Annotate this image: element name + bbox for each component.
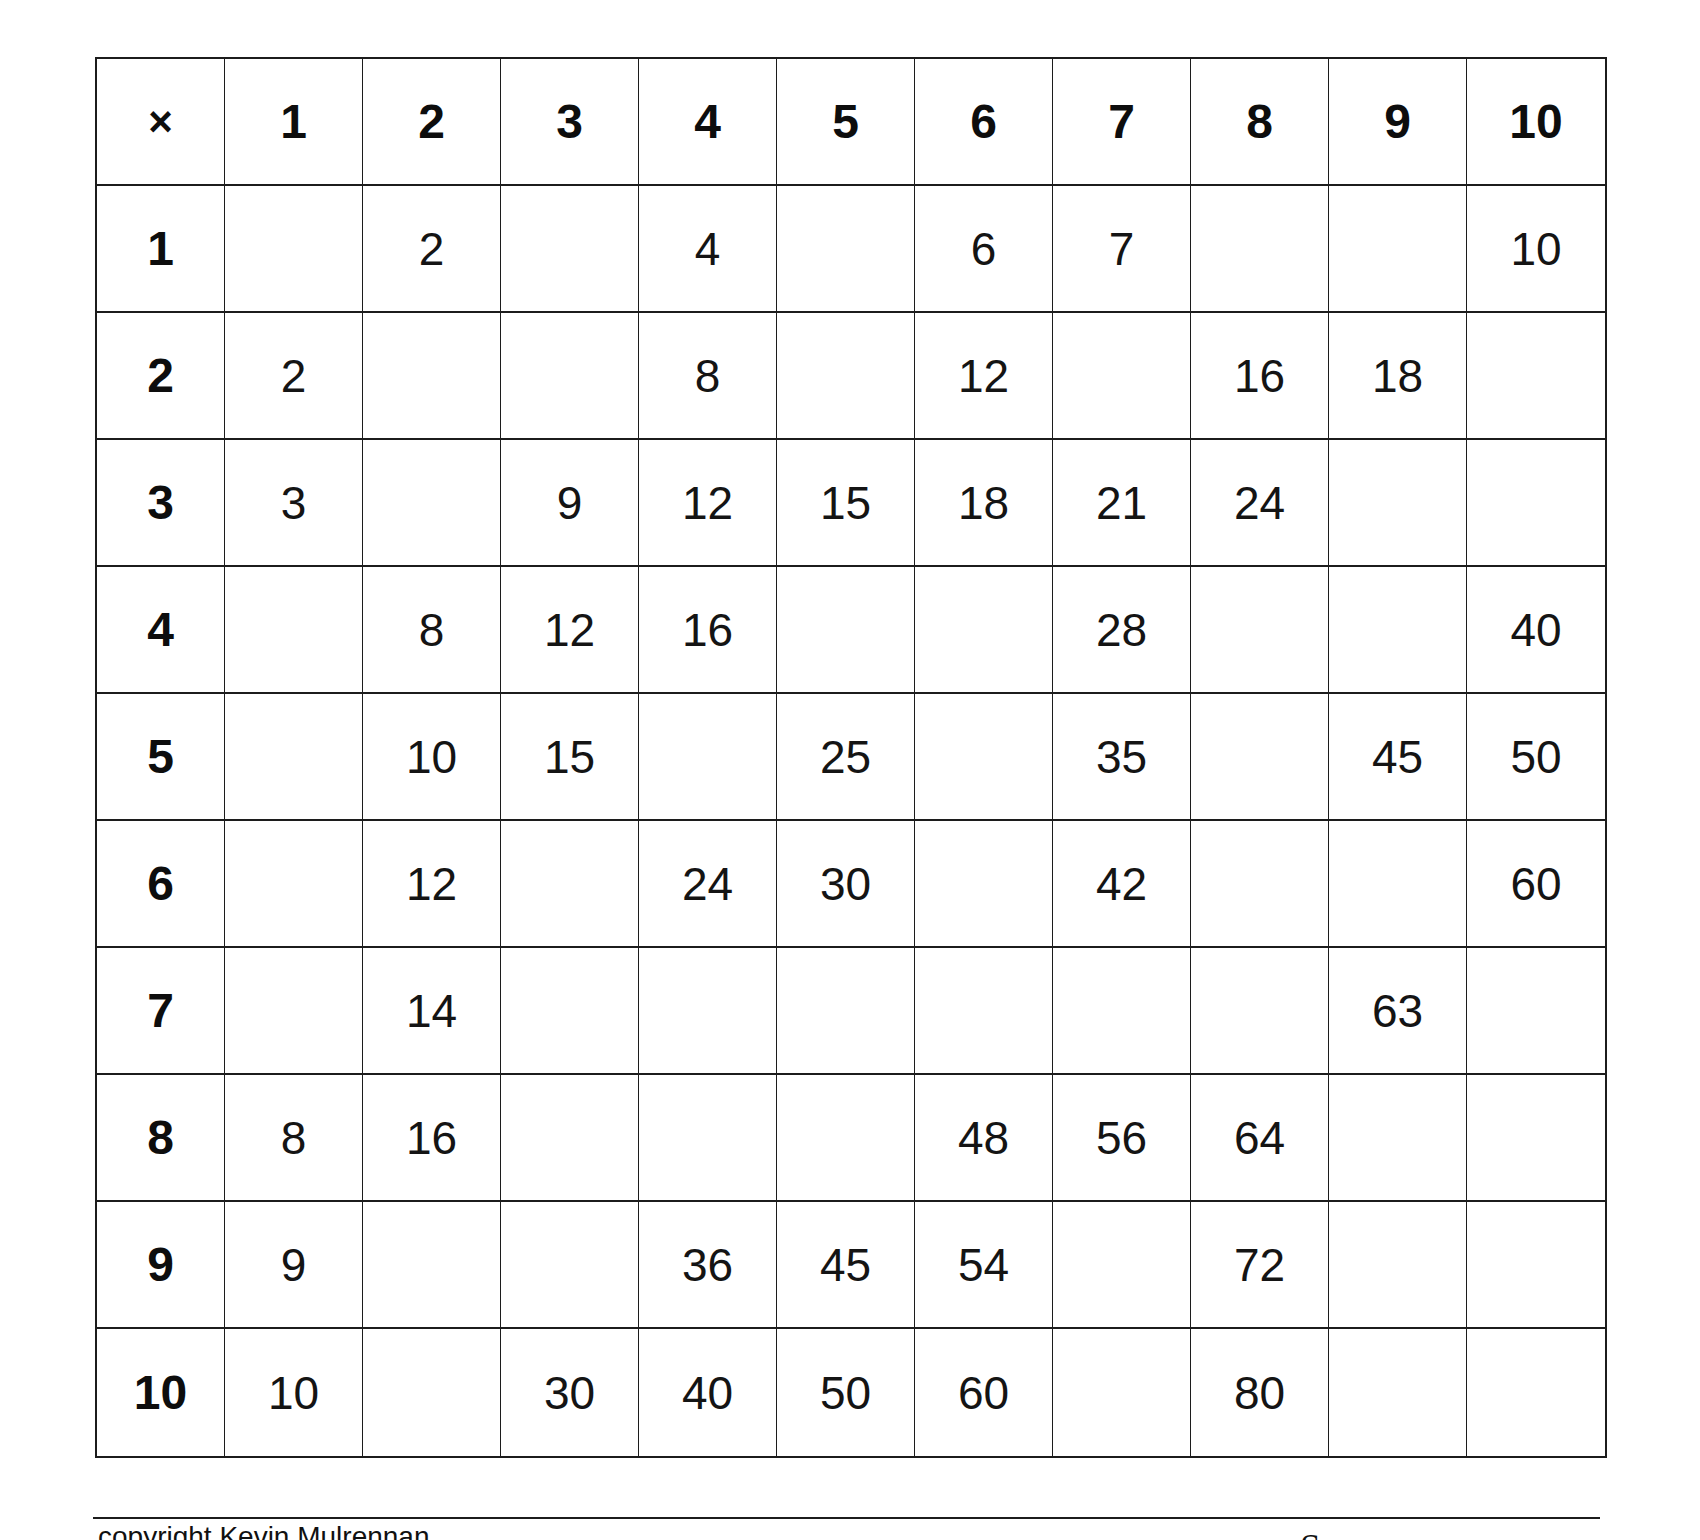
cell-r5c9: 45: [1329, 694, 1467, 821]
cell-r9c8: 72: [1191, 1202, 1329, 1329]
cell-r5c8-answer-blank[interactable]: [1191, 694, 1329, 821]
cell-r10c10-answer-blank[interactable]: [1467, 1329, 1605, 1456]
copyright-text: copyright Kevin Mulrennan: [98, 1521, 430, 1540]
cell-r3c5: 15: [777, 440, 915, 567]
cell-r7c9: 63: [1329, 948, 1467, 1075]
cell-r7c4-answer-blank[interactable]: [639, 948, 777, 1075]
cell-r2c1: 2: [225, 313, 363, 440]
row-header-9: 9: [97, 1202, 225, 1329]
cell-r6c6-answer-blank[interactable]: [915, 821, 1053, 948]
row-header-2: 2: [97, 313, 225, 440]
cell-r8c9-answer-blank[interactable]: [1329, 1075, 1467, 1202]
cell-r8c8: 64: [1191, 1075, 1329, 1202]
cell-r3c3: 9: [501, 440, 639, 567]
cell-r10c8: 80: [1191, 1329, 1329, 1456]
cell-r7c3-answer-blank[interactable]: [501, 948, 639, 1075]
cell-r1c3-answer-blank[interactable]: [501, 186, 639, 313]
cell-r3c2-answer-blank[interactable]: [363, 440, 501, 567]
cell-r4c6-answer-blank[interactable]: [915, 567, 1053, 694]
cell-r6c2: 12: [363, 821, 501, 948]
cell-r3c1: 3: [225, 440, 363, 567]
cell-r4c9-answer-blank[interactable]: [1329, 567, 1467, 694]
cell-r9c5: 45: [777, 1202, 915, 1329]
cell-r5c2: 10: [363, 694, 501, 821]
cell-r10c5: 50: [777, 1329, 915, 1456]
cell-r9c9-answer-blank[interactable]: [1329, 1202, 1467, 1329]
cell-r6c3-answer-blank[interactable]: [501, 821, 639, 948]
cell-r10c7-answer-blank[interactable]: [1053, 1329, 1191, 1456]
col-header-6: 6: [915, 59, 1053, 186]
cell-r6c10: 60: [1467, 821, 1605, 948]
cell-r8c6: 48: [915, 1075, 1053, 1202]
footer-divider: [93, 1517, 1600, 1519]
cell-r4c8-answer-blank[interactable]: [1191, 567, 1329, 694]
cell-r8c1: 8: [225, 1075, 363, 1202]
col-header-3: 3: [501, 59, 639, 186]
cell-r3c9-answer-blank[interactable]: [1329, 440, 1467, 567]
cell-r4c10: 40: [1467, 567, 1605, 694]
cell-r6c1-answer-blank[interactable]: [225, 821, 363, 948]
cell-r9c4: 36: [639, 1202, 777, 1329]
cell-r10c6: 60: [915, 1329, 1053, 1456]
row-header-6: 6: [97, 821, 225, 948]
cell-r8c5-answer-blank[interactable]: [777, 1075, 915, 1202]
col-header-10: 10: [1467, 59, 1605, 186]
cell-r5c7: 35: [1053, 694, 1191, 821]
row-header-5: 5: [97, 694, 225, 821]
cell-r4c4: 16: [639, 567, 777, 694]
cell-r8c3-answer-blank[interactable]: [501, 1075, 639, 1202]
score-label: Score:: [1300, 1526, 1395, 1540]
row-header-10: 10: [97, 1329, 225, 1456]
cell-r10c1: 10: [225, 1329, 363, 1456]
cell-r7c1-answer-blank[interactable]: [225, 948, 363, 1075]
cell-r2c3-answer-blank[interactable]: [501, 313, 639, 440]
cell-r8c7: 56: [1053, 1075, 1191, 1202]
cell-r1c10: 10: [1467, 186, 1605, 313]
cell-r3c6: 18: [915, 440, 1053, 567]
cell-r4c1-answer-blank[interactable]: [225, 567, 363, 694]
cell-r3c10-answer-blank[interactable]: [1467, 440, 1605, 567]
row-header-4: 4: [97, 567, 225, 694]
cell-r1c1-answer-blank[interactable]: [225, 186, 363, 313]
row-header-7: 7: [97, 948, 225, 1075]
cell-r9c10-answer-blank[interactable]: [1467, 1202, 1605, 1329]
cell-r7c5-answer-blank[interactable]: [777, 948, 915, 1075]
cell-r1c7: 7: [1053, 186, 1191, 313]
cell-r6c7: 42: [1053, 821, 1191, 948]
cell-r9c7-answer-blank[interactable]: [1053, 1202, 1191, 1329]
cell-r1c5-answer-blank[interactable]: [777, 186, 915, 313]
cell-r7c2: 14: [363, 948, 501, 1075]
col-header-5: 5: [777, 59, 915, 186]
cell-r5c3: 15: [501, 694, 639, 821]
times-operator-cell: ×: [97, 59, 225, 186]
cell-r6c9-answer-blank[interactable]: [1329, 821, 1467, 948]
cell-r3c4: 12: [639, 440, 777, 567]
col-header-4: 4: [639, 59, 777, 186]
cell-r3c8: 24: [1191, 440, 1329, 567]
cell-r1c2: 2: [363, 186, 501, 313]
cell-r9c1: 9: [225, 1202, 363, 1329]
col-header-9: 9: [1329, 59, 1467, 186]
cell-r1c9-answer-blank[interactable]: [1329, 186, 1467, 313]
cell-r1c4: 4: [639, 186, 777, 313]
cell-r2c6: 12: [915, 313, 1053, 440]
cell-r7c8-answer-blank[interactable]: [1191, 948, 1329, 1075]
col-header-1: 1: [225, 59, 363, 186]
cell-r5c5: 25: [777, 694, 915, 821]
cell-r7c10-answer-blank[interactable]: [1467, 948, 1605, 1075]
row-header-3: 3: [97, 440, 225, 567]
cell-r9c6: 54: [915, 1202, 1053, 1329]
cell-r6c5: 30: [777, 821, 915, 948]
cell-r3c7: 21: [1053, 440, 1191, 567]
cell-r5c10: 50: [1467, 694, 1605, 821]
cell-r10c3: 30: [501, 1329, 639, 1456]
worksheet-page: { "game": "multiplication table fill-in …: [0, 0, 1700, 1540]
cell-r5c1-answer-blank[interactable]: [225, 694, 363, 821]
cell-r6c8-answer-blank[interactable]: [1191, 821, 1329, 948]
cell-r2c7-answer-blank[interactable]: [1053, 313, 1191, 440]
cell-r2c2-answer-blank[interactable]: [363, 313, 501, 440]
cell-r8c4-answer-blank[interactable]: [639, 1075, 777, 1202]
cell-r7c7-answer-blank[interactable]: [1053, 948, 1191, 1075]
cell-r9c3-answer-blank[interactable]: [501, 1202, 639, 1329]
cell-r4c2: 8: [363, 567, 501, 694]
cell-r10c4: 40: [639, 1329, 777, 1456]
cell-r10c2-answer-blank[interactable]: [363, 1329, 501, 1456]
cell-r10c9-answer-blank[interactable]: [1329, 1329, 1467, 1456]
cell-r6c4: 24: [639, 821, 777, 948]
cell-r5c6-answer-blank[interactable]: [915, 694, 1053, 821]
cell-r8c2: 16: [363, 1075, 501, 1202]
col-header-7: 7: [1053, 59, 1191, 186]
cell-r2c5-answer-blank[interactable]: [777, 313, 915, 440]
cell-r2c10-answer-blank[interactable]: [1467, 313, 1605, 440]
col-header-8: 8: [1191, 59, 1329, 186]
col-header-2: 2: [363, 59, 501, 186]
times-table-grid: ×123456789101246710228121618339121518212…: [95, 57, 1607, 1458]
cell-r2c4: 8: [639, 313, 777, 440]
row-header-1: 1: [97, 186, 225, 313]
cell-r4c3: 12: [501, 567, 639, 694]
cell-r1c6: 6: [915, 186, 1053, 313]
cell-r8c10-answer-blank[interactable]: [1467, 1075, 1605, 1202]
cell-r5c4-answer-blank[interactable]: [639, 694, 777, 821]
cell-r1c8-answer-blank[interactable]: [1191, 186, 1329, 313]
cell-r9c2-answer-blank[interactable]: [363, 1202, 501, 1329]
cell-r2c8: 16: [1191, 313, 1329, 440]
cell-r4c7: 28: [1053, 567, 1191, 694]
cell-r7c6-answer-blank[interactable]: [915, 948, 1053, 1075]
row-header-8: 8: [97, 1075, 225, 1202]
cell-r4c5-answer-blank[interactable]: [777, 567, 915, 694]
cell-r2c9: 18: [1329, 313, 1467, 440]
